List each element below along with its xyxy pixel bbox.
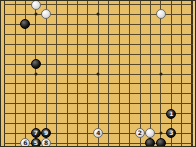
grid-line-horizontal [4, 83, 193, 84]
hoshi-point [97, 13, 100, 16]
grid-line-horizontal [4, 34, 193, 35]
hoshi-point [159, 72, 162, 75]
white-stone-K4[interactable]: 4 [93, 128, 103, 138]
white-stone-O4[interactable]: 2 [135, 128, 145, 138]
move-number: 5 [34, 140, 38, 146]
move-number: 7 [34, 130, 38, 136]
black-stone-C15[interactable] [20, 19, 30, 29]
black-stone-R6[interactable]: 1 [166, 109, 176, 119]
grid-line-horizontal [4, 123, 193, 124]
grid-line-horizontal [4, 44, 193, 45]
hoshi-point [34, 72, 37, 75]
hoshi-point [97, 72, 100, 75]
black-stone-R4[interactable]: 3 [166, 128, 176, 138]
white-stone-E3[interactable]: 8 [41, 138, 51, 147]
hoshi-point [34, 13, 37, 16]
grid-line-horizontal [4, 103, 193, 104]
grid-line-horizontal [4, 24, 193, 25]
black-stone-D4[interactable]: 7 [31, 128, 41, 138]
black-stone-E4[interactable]: 9 [41, 128, 51, 138]
white-stone-D17[interactable] [31, 0, 41, 10]
white-stone-Q16[interactable] [156, 9, 166, 19]
black-stone-P3[interactable] [145, 138, 155, 147]
move-number: 9 [44, 130, 48, 136]
move-number: 1 [169, 111, 173, 117]
go-board[interactable]: 179423658 [1, 1, 195, 146]
move-number: 2 [138, 130, 142, 136]
grid-line-horizontal [4, 113, 193, 114]
black-stone-D11[interactable] [31, 59, 41, 69]
go-board-screenshot: 179423658 [0, 0, 196, 147]
white-stone-E16[interactable] [41, 9, 51, 19]
move-number: 3 [169, 130, 173, 136]
white-stone-P4[interactable] [145, 128, 155, 138]
white-stone-C3[interactable]: 6 [20, 138, 30, 147]
move-number: 4 [96, 130, 100, 136]
grid-line-horizontal [4, 54, 193, 55]
move-number: 8 [44, 140, 48, 146]
grid-line-horizontal [4, 93, 193, 94]
move-number: 6 [23, 140, 27, 146]
black-stone-D3[interactable]: 5 [31, 138, 41, 147]
hoshi-point [159, 132, 162, 135]
black-stone-Q3[interactable] [156, 138, 166, 147]
